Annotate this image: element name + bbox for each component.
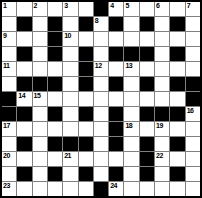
block-cell <box>63 137 77 151</box>
clue-number: 19 <box>156 122 163 129</box>
cell[interactable] <box>124 152 138 166</box>
cell[interactable] <box>155 32 169 46</box>
cell[interactable] <box>94 122 108 136</box>
cell[interactable] <box>63 92 77 106</box>
clue-number: 3 <box>64 2 67 9</box>
cell[interactable] <box>124 182 138 196</box>
cell[interactable] <box>79 182 93 196</box>
cell[interactable] <box>79 2 93 16</box>
block-cell <box>79 77 93 91</box>
block-cell <box>170 47 184 61</box>
cell[interactable] <box>79 92 93 106</box>
block-cell <box>140 77 154 91</box>
cell[interactable] <box>140 2 154 16</box>
cell[interactable] <box>170 122 184 136</box>
cell[interactable] <box>140 182 154 196</box>
block-cell <box>109 17 123 31</box>
block-cell <box>48 137 62 151</box>
cell[interactable] <box>63 17 77 31</box>
cell[interactable] <box>170 32 184 46</box>
clue-number: 7 <box>187 2 190 9</box>
cell[interactable] <box>63 77 77 91</box>
cell[interactable]: 1 <box>2 2 16 16</box>
cell[interactable] <box>186 167 200 181</box>
cell[interactable] <box>48 122 62 136</box>
cell[interactable] <box>94 77 108 91</box>
cell[interactable] <box>79 122 93 136</box>
cell[interactable] <box>63 167 77 181</box>
block-cell <box>170 107 184 121</box>
cell[interactable] <box>109 152 123 166</box>
clue-number: 24 <box>110 182 117 189</box>
cell[interactable]: 11 <box>2 62 16 76</box>
block-cell <box>48 47 62 61</box>
block-cell <box>170 167 184 181</box>
cell[interactable]: 9 <box>2 32 16 46</box>
cell[interactable] <box>140 32 154 46</box>
cell[interactable] <box>33 122 47 136</box>
block-cell <box>170 137 184 151</box>
cell[interactable] <box>33 167 47 181</box>
block-cell <box>79 107 93 121</box>
cell[interactable] <box>186 152 200 166</box>
cell[interactable] <box>155 137 169 151</box>
cell[interactable]: 13 <box>124 62 138 76</box>
cell[interactable] <box>186 32 200 46</box>
block-cell <box>186 77 200 91</box>
crossword-grid: 123456789101112131415161718192021222324 <box>0 0 202 198</box>
cell[interactable] <box>170 62 184 76</box>
cell[interactable] <box>79 152 93 166</box>
cell[interactable] <box>48 92 62 106</box>
cell[interactable]: 16 <box>186 107 200 121</box>
cell[interactable] <box>48 182 62 196</box>
block-cell <box>48 107 62 121</box>
clue-number: 17 <box>3 122 10 129</box>
block-cell <box>79 47 93 61</box>
cell[interactable] <box>33 182 47 196</box>
cell[interactable] <box>17 122 31 136</box>
clue-number: 8 <box>95 17 98 24</box>
cell[interactable] <box>155 167 169 181</box>
block-cell <box>109 122 123 136</box>
cell[interactable] <box>17 32 31 46</box>
cell[interactable] <box>170 152 184 166</box>
cell[interactable] <box>140 122 154 136</box>
cell[interactable] <box>170 92 184 106</box>
cell[interactable] <box>2 77 16 91</box>
block-cell <box>109 137 123 151</box>
block-cell <box>48 32 62 46</box>
cell[interactable] <box>109 92 123 106</box>
cell[interactable] <box>109 62 123 76</box>
block-cell <box>17 167 31 181</box>
cell[interactable] <box>186 122 200 136</box>
block-cell <box>109 107 123 121</box>
cell[interactable]: 12 <box>94 62 108 76</box>
clue-number: 16 <box>187 107 194 114</box>
cell[interactable] <box>94 167 108 181</box>
cell[interactable]: 4 <box>109 2 123 16</box>
cell[interactable]: 23 <box>2 182 16 196</box>
cell[interactable] <box>186 62 200 76</box>
block-cell <box>124 47 138 61</box>
cell[interactable]: 3 <box>63 2 77 16</box>
block-cell <box>140 152 154 166</box>
block-cell <box>140 17 154 31</box>
clue-number: 2 <box>34 2 37 9</box>
cell[interactable] <box>63 62 77 76</box>
cell[interactable] <box>17 152 31 166</box>
cell[interactable]: 19 <box>155 122 169 136</box>
block-cell <box>94 182 108 196</box>
cell[interactable] <box>155 17 169 31</box>
cell[interactable] <box>124 107 138 121</box>
block-cell <box>79 167 93 181</box>
cell[interactable] <box>124 32 138 46</box>
block-cell <box>48 77 62 91</box>
cell[interactable] <box>170 182 184 196</box>
block-cell <box>48 167 62 181</box>
clue-number: 21 <box>64 152 71 159</box>
cell[interactable] <box>33 137 47 151</box>
clue-number: 22 <box>156 152 163 159</box>
cell[interactable] <box>155 47 169 61</box>
cell[interactable]: 14 <box>17 92 31 106</box>
clue-number: 14 <box>18 92 25 99</box>
clue-number: 23 <box>3 182 10 189</box>
cell[interactable] <box>2 167 16 181</box>
cell[interactable] <box>124 137 138 151</box>
block-cell <box>2 107 16 121</box>
cell[interactable] <box>17 2 31 16</box>
clue-number: 20 <box>3 152 10 159</box>
cell[interactable] <box>140 92 154 106</box>
cell[interactable] <box>186 182 200 196</box>
cell[interactable]: 6 <box>155 2 169 16</box>
cell[interactable] <box>109 32 123 46</box>
clue-number: 11 <box>3 62 9 69</box>
cell[interactable] <box>155 92 169 106</box>
cell[interactable] <box>48 62 62 76</box>
block-cell <box>79 62 93 76</box>
cell[interactable] <box>79 32 93 46</box>
block-cell <box>79 137 93 151</box>
block-cell <box>140 47 154 61</box>
block-cell <box>2 92 16 106</box>
block-cell <box>140 107 154 121</box>
cell[interactable] <box>170 2 184 16</box>
clue-number: 10 <box>64 32 71 39</box>
cell[interactable] <box>33 32 47 46</box>
cell[interactable] <box>48 152 62 166</box>
cell[interactable]: 2 <box>33 2 47 16</box>
block-cell <box>17 17 31 31</box>
cell[interactable]: 18 <box>124 122 138 136</box>
cell[interactable] <box>124 167 138 181</box>
cell[interactable] <box>33 62 47 76</box>
cell[interactable] <box>33 47 47 61</box>
block-cell <box>94 2 108 16</box>
block-cell <box>17 47 31 61</box>
cell[interactable] <box>17 62 31 76</box>
block-cell <box>79 17 93 31</box>
clue-number: 18 <box>125 122 132 129</box>
clue-number: 13 <box>125 62 132 69</box>
cell[interactable] <box>186 47 200 61</box>
clue-number: 6 <box>156 2 159 9</box>
clue-number: 5 <box>125 2 128 9</box>
clue-number: 4 <box>110 2 113 9</box>
cell[interactable] <box>2 137 16 151</box>
block-cell <box>170 77 184 91</box>
cell[interactable] <box>33 107 47 121</box>
block-cell <box>109 167 123 181</box>
clue-number: 9 <box>3 32 6 39</box>
cell[interactable] <box>94 152 108 166</box>
cell[interactable] <box>63 122 77 136</box>
cell[interactable] <box>94 47 108 61</box>
block-cell <box>109 47 123 61</box>
block-cell <box>17 107 31 121</box>
cell[interactable] <box>33 17 47 31</box>
cell[interactable] <box>124 17 138 31</box>
block-cell <box>186 92 200 106</box>
cell[interactable]: 17 <box>2 122 16 136</box>
block-cell <box>170 17 184 31</box>
clue-number: 1 <box>3 2 6 9</box>
cell[interactable] <box>63 182 77 196</box>
block-cell <box>109 77 123 91</box>
cell[interactable]: 5 <box>124 2 138 16</box>
cell[interactable] <box>94 92 108 106</box>
cell[interactable]: 15 <box>33 92 47 106</box>
cell[interactable]: 24 <box>109 182 123 196</box>
block-cell <box>17 137 31 151</box>
block-cell <box>17 77 31 91</box>
cell[interactable] <box>2 17 16 31</box>
cell[interactable]: 21 <box>63 152 77 166</box>
cell[interactable]: 20 <box>2 152 16 166</box>
cell[interactable] <box>140 62 154 76</box>
cell[interactable] <box>17 182 31 196</box>
clue-number: 15 <box>34 92 41 99</box>
block-cell <box>140 137 154 151</box>
cell[interactable] <box>94 107 108 121</box>
block-cell <box>155 107 169 121</box>
cell[interactable] <box>94 137 108 151</box>
block-cell <box>140 167 154 181</box>
cell[interactable] <box>48 2 62 16</box>
cell[interactable]: 8 <box>94 17 108 31</box>
cell[interactable]: 7 <box>186 2 200 16</box>
clue-number: 12 <box>95 62 102 69</box>
cell[interactable] <box>124 77 138 91</box>
cell[interactable] <box>155 62 169 76</box>
cell[interactable] <box>33 152 47 166</box>
block-cell <box>33 77 47 91</box>
cell[interactable] <box>155 182 169 196</box>
cell[interactable]: 10 <box>63 32 77 46</box>
cell[interactable] <box>63 47 77 61</box>
cell[interactable] <box>186 17 200 31</box>
block-cell <box>48 17 62 31</box>
cell[interactable] <box>124 92 138 106</box>
cell[interactable] <box>186 137 200 151</box>
cell[interactable] <box>94 32 108 46</box>
cell[interactable] <box>155 77 169 91</box>
cell[interactable]: 22 <box>155 152 169 166</box>
cell[interactable] <box>2 47 16 61</box>
cell[interactable] <box>63 107 77 121</box>
